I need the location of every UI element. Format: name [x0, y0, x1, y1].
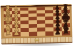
- square: ♟: [12, 32, 20, 36]
- square: [45, 31, 53, 35]
- board-frame: ♜♟♟♜♞♟♟♞♝♟♟♝♛♟♟♛♚♟♟♚♝♟♟♝♞♟♟♞♜♟♟♜: [1, 4, 73, 39]
- square: ♟: [54, 31, 62, 35]
- chess-set-photo: ♜♟♟♜♞♟♟♞♝♟♟♝♛♟♟♛♚♟♟♚♝♟♟♝♞♟♟♞♜♟♟♜: [0, 0, 74, 49]
- chess-box: ♜♟♟♜♞♟♟♞♝♟♟♝♛♟♟♛♚♟♟♚♝♟♟♝♞♟♟♞♜♟♟♜: [1, 4, 73, 44]
- square: ♜: [4, 32, 12, 36]
- square: ♜: [62, 31, 70, 35]
- square: [37, 32, 45, 36]
- square: [29, 32, 37, 36]
- clasp-icon: [35, 39, 39, 42]
- chess-board: ♜♟♟♜♞♟♟♞♝♟♟♝♛♟♟♛♚♟♟♚♝♟♟♝♞♟♟♞♜♟♟♜: [4, 7, 71, 37]
- square: [21, 32, 29, 36]
